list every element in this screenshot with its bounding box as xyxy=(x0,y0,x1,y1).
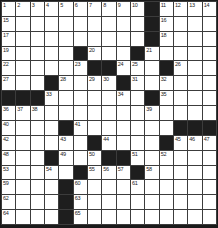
clue-number-21: 21 xyxy=(146,47,152,53)
crossword-grid: 1234567891011121314151617181920212223242… xyxy=(0,0,218,228)
cell-r9c8[interactable] xyxy=(102,121,115,135)
cell-r3c6[interactable] xyxy=(74,32,87,46)
cell-r3c8[interactable] xyxy=(102,32,115,46)
cell-r7c9[interactable]: 34 xyxy=(117,91,130,105)
cell-r1c15[interactable]: 14 xyxy=(203,2,216,16)
black-square-r9c15 xyxy=(203,121,216,135)
cell-r13c11[interactable] xyxy=(145,180,158,194)
cell-r10c13[interactable]: 45 xyxy=(174,136,187,150)
cell-r13c14[interactable] xyxy=(188,180,201,194)
cell-r7c15[interactable] xyxy=(203,91,216,105)
cell-r8c12[interactable] xyxy=(160,106,173,120)
cell-r3c13[interactable] xyxy=(174,32,187,46)
cell-r5c10[interactable]: 25 xyxy=(131,61,144,75)
clue-number-13: 13 xyxy=(189,2,195,8)
clue-number-55: 55 xyxy=(89,166,95,172)
cell-r1c7[interactable]: 7 xyxy=(88,2,101,16)
cell-r13c13[interactable] xyxy=(174,180,187,194)
cell-r6c14[interactable] xyxy=(188,76,201,90)
cell-r10c5[interactable]: 43 xyxy=(59,136,72,150)
cell-r11c5[interactable]: 49 xyxy=(59,151,72,165)
cell-r11c15[interactable] xyxy=(203,151,216,165)
cell-r14c4[interactable] xyxy=(45,195,58,209)
clue-number-10: 10 xyxy=(132,2,138,8)
black-square-r5c7 xyxy=(88,61,101,75)
cell-r8c6[interactable] xyxy=(74,106,87,120)
cell-r15c12[interactable] xyxy=(160,210,173,224)
cell-r6c11[interactable] xyxy=(145,76,158,90)
cell-r14c15[interactable] xyxy=(203,195,216,209)
cell-r15c8[interactable] xyxy=(102,210,115,224)
clue-number-58: 58 xyxy=(146,166,152,172)
cell-r2c1[interactable]: 15 xyxy=(2,17,15,31)
cell-r4c2[interactable] xyxy=(16,47,29,61)
cell-r14c1[interactable]: 62 xyxy=(2,195,15,209)
cell-r7c8[interactable] xyxy=(102,91,115,105)
cell-r12c14[interactable] xyxy=(188,166,201,180)
clue-number-49: 49 xyxy=(60,151,66,157)
clue-number-25: 25 xyxy=(132,61,138,67)
cell-r3c1[interactable]: 17 xyxy=(2,32,15,46)
cell-r10c10[interactable] xyxy=(131,136,144,150)
black-square-r4c10 xyxy=(131,47,144,61)
clue-number-60: 60 xyxy=(75,180,81,186)
clue-number-63: 63 xyxy=(75,195,81,201)
clue-number-43: 43 xyxy=(60,136,66,142)
cell-r15c10[interactable] xyxy=(131,210,144,224)
cell-r10c3[interactable] xyxy=(31,136,44,150)
black-square-r9c13 xyxy=(174,121,187,135)
cell-r8c7[interactable] xyxy=(88,106,101,120)
cell-r13c2[interactable] xyxy=(16,180,29,194)
black-square-r9c14 xyxy=(188,121,201,135)
cell-r1c8[interactable]: 8 xyxy=(102,2,115,16)
clue-number-51: 51 xyxy=(132,151,138,157)
cell-r2c15[interactable] xyxy=(203,17,216,31)
cell-r4c12[interactable] xyxy=(160,47,173,61)
cell-r10c11[interactable] xyxy=(145,136,158,150)
cell-r13c6[interactable]: 60 xyxy=(74,180,87,194)
cell-r9c1[interactable]: 40 xyxy=(2,121,15,135)
cell-r15c3[interactable] xyxy=(31,210,44,224)
cell-r14c6[interactable]: 63 xyxy=(74,195,87,209)
clue-number-65: 65 xyxy=(75,210,81,216)
cell-r9c6[interactable]: 41 xyxy=(74,121,87,135)
clue-number-5: 5 xyxy=(60,2,63,8)
clue-number-16: 16 xyxy=(161,17,167,23)
clue-number-9: 9 xyxy=(118,2,121,8)
cell-r14c3[interactable] xyxy=(31,195,44,209)
black-square-r7c1 xyxy=(2,91,15,105)
cell-r13c3[interactable] xyxy=(31,180,44,194)
clue-number-6: 6 xyxy=(75,2,78,8)
cell-r10c1[interactable]: 42 xyxy=(2,136,15,150)
cell-r12c5[interactable] xyxy=(59,166,72,180)
cell-r5c13[interactable]: 26 xyxy=(174,61,187,75)
clue-number-33: 33 xyxy=(46,91,52,97)
black-square-r2c11 xyxy=(145,17,158,31)
cell-r8c2[interactable]: 37 xyxy=(16,106,29,120)
clue-number-37: 37 xyxy=(17,106,23,112)
black-square-r7c2 xyxy=(16,91,29,105)
cell-r13c4[interactable] xyxy=(45,180,58,194)
cell-r10c4[interactable] xyxy=(45,136,58,150)
cell-r5c11[interactable] xyxy=(145,61,158,75)
cell-r13c8[interactable] xyxy=(102,180,115,194)
clue-number-62: 62 xyxy=(3,195,9,201)
clue-number-47: 47 xyxy=(204,136,210,142)
cell-r2c4[interactable] xyxy=(45,17,58,31)
cell-r6c15[interactable] xyxy=(203,76,216,90)
clue-number-35: 35 xyxy=(161,91,167,97)
clue-number-39: 39 xyxy=(146,106,152,112)
clue-number-17: 17 xyxy=(3,32,9,38)
cell-r2c3[interactable] xyxy=(31,17,44,31)
cell-r4c7[interactable]: 20 xyxy=(88,47,101,61)
cell-r13c10[interactable]: 61 xyxy=(131,180,144,194)
cell-r12c11[interactable]: 58 xyxy=(145,166,158,180)
cell-r8c15[interactable] xyxy=(203,106,216,120)
cell-r2c6[interactable] xyxy=(74,17,87,31)
cell-r10c15[interactable]: 47 xyxy=(203,136,216,150)
cell-r4c13[interactable] xyxy=(174,47,187,61)
black-square-r15c5 xyxy=(59,210,72,224)
cell-r11c14[interactable] xyxy=(188,151,201,165)
cell-r4c9[interactable] xyxy=(117,47,130,61)
cell-r15c6[interactable]: 65 xyxy=(74,210,87,224)
cell-r1c2[interactable]: 2 xyxy=(16,2,29,16)
cell-r14c14[interactable] xyxy=(188,195,201,209)
black-square-r5c12 xyxy=(160,61,173,75)
cell-r9c11[interactable] xyxy=(145,121,158,135)
clue-number-26: 26 xyxy=(175,61,181,67)
black-square-r11c9 xyxy=(117,151,130,165)
cell-r13c9[interactable] xyxy=(117,180,130,194)
cell-r15c11[interactable] xyxy=(145,210,158,224)
cell-r12c3[interactable] xyxy=(31,166,44,180)
cell-r1c14[interactable]: 13 xyxy=(188,2,201,16)
cell-r4c5[interactable] xyxy=(59,47,72,61)
clue-number-44: 44 xyxy=(103,136,109,142)
cell-r11c6[interactable] xyxy=(74,151,87,165)
clue-number-45: 45 xyxy=(175,136,181,142)
clue-number-57: 57 xyxy=(118,166,124,172)
cell-r3c3[interactable] xyxy=(31,32,44,46)
cell-r14c12[interactable] xyxy=(160,195,173,209)
cell-r4c14[interactable] xyxy=(188,47,201,61)
clue-number-8: 8 xyxy=(103,2,106,8)
cell-r10c9[interactable] xyxy=(117,136,130,150)
cell-r14c10[interactable] xyxy=(131,195,144,209)
clue-number-50: 50 xyxy=(89,151,95,157)
cell-r12c12[interactable] xyxy=(160,166,173,180)
cell-r10c6[interactable] xyxy=(74,136,87,150)
black-square-r11c8 xyxy=(102,151,115,165)
black-square-r12c6 xyxy=(74,166,87,180)
cell-r8c5[interactable] xyxy=(59,106,72,120)
clue-number-29: 29 xyxy=(89,76,95,82)
cell-r3c15[interactable] xyxy=(203,32,216,46)
cell-r5c5[interactable] xyxy=(59,61,72,75)
cell-r5c4[interactable] xyxy=(45,61,58,75)
cell-r3c2[interactable] xyxy=(16,32,29,46)
cell-r2c14[interactable] xyxy=(188,17,201,31)
cell-r4c3[interactable] xyxy=(31,47,44,61)
cell-r14c13[interactable] xyxy=(174,195,187,209)
cell-r1c3[interactable]: 3 xyxy=(31,2,44,16)
clue-number-23: 23 xyxy=(75,61,81,67)
cell-r5c6[interactable]: 23 xyxy=(74,61,87,75)
cell-r6c12[interactable]: 32 xyxy=(160,76,173,90)
cell-r10c14[interactable]: 46 xyxy=(188,136,201,150)
cell-r13c15[interactable] xyxy=(203,180,216,194)
cell-r8c11[interactable]: 39 xyxy=(145,106,158,120)
cell-r1c1[interactable]: 1 xyxy=(2,2,15,16)
cell-r15c14[interactable] xyxy=(188,210,201,224)
cell-r9c4[interactable] xyxy=(45,121,58,135)
clue-number-11: 11 xyxy=(161,2,166,8)
black-square-r7c11 xyxy=(145,91,158,105)
cell-r6c10[interactable]: 31 xyxy=(131,76,144,90)
cell-r5c1[interactable]: 22 xyxy=(2,61,15,75)
black-square-r13c5 xyxy=(59,180,72,194)
clue-number-28: 28 xyxy=(60,76,66,82)
cell-r12c1[interactable]: 53 xyxy=(2,166,15,180)
cell-r2c10[interactable] xyxy=(131,17,144,31)
cell-r8c4[interactable] xyxy=(45,106,58,120)
cell-r2c9[interactable] xyxy=(117,17,130,31)
cell-r7c12[interactable]: 35 xyxy=(160,91,173,105)
black-square-r10c7 xyxy=(88,136,101,150)
black-square-r12c10 xyxy=(131,166,144,180)
clue-number-54: 54 xyxy=(46,166,52,172)
cell-r5c2[interactable] xyxy=(16,61,29,75)
cell-r4c8[interactable] xyxy=(102,47,115,61)
cell-r14c8[interactable] xyxy=(102,195,115,209)
cell-r14c2[interactable] xyxy=(16,195,29,209)
cell-r7c7[interactable] xyxy=(88,91,101,105)
clue-number-27: 27 xyxy=(3,76,9,82)
cell-r6c6[interactable] xyxy=(74,76,87,90)
cell-r9c9[interactable] xyxy=(117,121,130,135)
cell-r7c14[interactable] xyxy=(188,91,201,105)
cell-r2c5[interactable] xyxy=(59,17,72,31)
cell-r7c10[interactable] xyxy=(131,91,144,105)
clue-number-36: 36 xyxy=(3,106,9,112)
cell-r13c1[interactable]: 59 xyxy=(2,180,15,194)
cell-r7c13[interactable] xyxy=(174,91,187,105)
cell-r6c3[interactable] xyxy=(31,76,44,90)
clue-number-59: 59 xyxy=(3,180,9,186)
cell-r3c14[interactable] xyxy=(188,32,201,46)
clue-number-19: 19 xyxy=(3,47,9,53)
black-square-r6c9 xyxy=(117,76,130,90)
cell-r15c7[interactable] xyxy=(88,210,101,224)
clue-number-52: 52 xyxy=(161,151,167,157)
cell-r2c13[interactable] xyxy=(174,17,187,31)
cell-r12c2[interactable] xyxy=(16,166,29,180)
cell-r1c6[interactable]: 6 xyxy=(74,2,87,16)
clue-number-3: 3 xyxy=(32,2,35,8)
clue-number-64: 64 xyxy=(3,210,9,216)
clue-number-34: 34 xyxy=(118,91,124,97)
clue-number-56: 56 xyxy=(103,166,109,172)
black-square-r3c11 xyxy=(145,32,158,46)
cell-r13c7[interactable] xyxy=(88,180,101,194)
cell-r5c15[interactable] xyxy=(203,61,216,75)
cell-r3c7[interactable] xyxy=(88,32,101,46)
cell-r15c15[interactable] xyxy=(203,210,216,224)
cell-r3c4[interactable] xyxy=(45,32,58,46)
cell-r6c13[interactable] xyxy=(174,76,187,90)
cell-r8c10[interactable] xyxy=(131,106,144,120)
clue-number-38: 38 xyxy=(32,106,38,112)
cell-r5c9[interactable]: 24 xyxy=(117,61,130,75)
clue-number-18: 18 xyxy=(161,32,167,38)
cell-r3c5[interactable] xyxy=(59,32,72,46)
clue-number-20: 20 xyxy=(89,47,95,53)
cell-r8c8[interactable] xyxy=(102,106,115,120)
cell-r7c6[interactable] xyxy=(74,91,87,105)
clue-number-61: 61 xyxy=(132,180,138,186)
clue-number-46: 46 xyxy=(189,136,195,142)
cell-r8c14[interactable] xyxy=(188,106,201,120)
cell-r11c13[interactable] xyxy=(174,151,187,165)
cell-r15c2[interactable] xyxy=(16,210,29,224)
clue-number-1: 1 xyxy=(3,2,6,8)
cell-r4c11[interactable]: 21 xyxy=(145,47,158,61)
cell-r12c13[interactable] xyxy=(174,166,187,180)
cell-r9c2[interactable] xyxy=(16,121,29,135)
clue-number-22: 22 xyxy=(3,61,9,67)
cell-r6c7[interactable]: 29 xyxy=(88,76,101,90)
cell-r8c1[interactable]: 36 xyxy=(2,106,15,120)
cell-r3c9[interactable] xyxy=(117,32,130,46)
cell-r9c3[interactable] xyxy=(31,121,44,135)
cell-r6c8[interactable]: 30 xyxy=(102,76,115,90)
clue-number-32: 32 xyxy=(161,76,167,82)
cell-r12c7[interactable]: 55 xyxy=(88,166,101,180)
cell-r12c15[interactable] xyxy=(203,166,216,180)
cell-r6c5[interactable]: 28 xyxy=(59,76,72,90)
clue-number-14: 14 xyxy=(204,2,210,8)
cell-r3c12[interactable]: 18 xyxy=(160,32,173,46)
black-square-r1c11 xyxy=(145,2,158,16)
cell-r15c1[interactable]: 64 xyxy=(2,210,15,224)
cell-r15c13[interactable] xyxy=(174,210,187,224)
clue-number-48: 48 xyxy=(3,151,9,157)
black-square-r14c5 xyxy=(59,195,72,209)
cell-r2c7[interactable] xyxy=(88,17,101,31)
black-square-r5c8 xyxy=(102,61,115,75)
cell-r12c4[interactable]: 54 xyxy=(45,166,58,180)
cell-r1c10[interactable]: 10 xyxy=(131,2,144,16)
cell-r6c1[interactable]: 27 xyxy=(2,76,15,90)
cell-r4c15[interactable] xyxy=(203,47,216,61)
cell-r2c12[interactable]: 16 xyxy=(160,17,173,31)
cell-r15c4[interactable] xyxy=(45,210,58,224)
cell-r5c3[interactable] xyxy=(31,61,44,75)
clue-number-53: 53 xyxy=(3,166,9,172)
cell-r15c9[interactable] xyxy=(117,210,130,224)
cell-r12c9[interactable]: 57 xyxy=(117,166,130,180)
cell-r5c14[interactable] xyxy=(188,61,201,75)
cell-r9c12[interactable] xyxy=(160,121,173,135)
cell-r11c7[interactable]: 50 xyxy=(88,151,101,165)
cell-r8c9[interactable] xyxy=(117,106,130,120)
cell-r7c5[interactable] xyxy=(59,91,72,105)
clue-number-2: 2 xyxy=(17,2,20,8)
cell-r11c10[interactable]: 51 xyxy=(131,151,144,165)
cell-r14c7[interactable] xyxy=(88,195,101,209)
cell-r10c8[interactable]: 44 xyxy=(102,136,115,150)
clue-number-12: 12 xyxy=(175,2,181,8)
clue-number-24: 24 xyxy=(118,61,124,67)
cell-r10c2[interactable] xyxy=(16,136,29,150)
cell-r1c5[interactable]: 5 xyxy=(59,2,72,16)
cell-r1c13[interactable]: 12 xyxy=(174,2,187,16)
cell-r7c4[interactable]: 33 xyxy=(45,91,58,105)
clue-number-41: 41 xyxy=(75,121,81,127)
black-square-r9c5 xyxy=(59,121,72,135)
cell-r1c4[interactable]: 4 xyxy=(45,2,58,16)
black-square-r11c4 xyxy=(45,151,58,165)
black-square-r10c12 xyxy=(160,136,173,150)
cell-r14c9[interactable] xyxy=(117,195,130,209)
black-square-r6c4 xyxy=(45,76,58,90)
black-square-r7c3 xyxy=(31,91,44,105)
cell-r3c10[interactable] xyxy=(131,32,144,46)
cell-r8c3[interactable]: 38 xyxy=(31,106,44,120)
clue-number-31: 31 xyxy=(132,76,138,82)
cell-r11c3[interactable] xyxy=(31,151,44,165)
clue-number-4: 4 xyxy=(46,2,49,8)
clue-number-42: 42 xyxy=(3,136,9,142)
cell-r11c1[interactable]: 48 xyxy=(2,151,15,165)
cell-r1c12[interactable]: 11 xyxy=(160,2,173,16)
cell-r2c8[interactable] xyxy=(102,17,115,31)
cell-r11c11[interactable] xyxy=(145,151,158,165)
cell-r8c13[interactable] xyxy=(174,106,187,120)
cell-r4c1[interactable]: 19 xyxy=(2,47,15,61)
black-square-r4c6 xyxy=(74,47,87,61)
clue-number-40: 40 xyxy=(3,121,9,127)
clue-number-15: 15 xyxy=(3,17,9,23)
cell-r2c2[interactable] xyxy=(16,17,29,31)
cell-r12c8[interactable]: 56 xyxy=(102,166,115,180)
cell-r9c10[interactable] xyxy=(131,121,144,135)
cell-r11c2[interactable] xyxy=(16,151,29,165)
clue-number-30: 30 xyxy=(103,76,109,82)
cell-r11c12[interactable]: 52 xyxy=(160,151,173,165)
cell-r9c7[interactable] xyxy=(88,121,101,135)
cell-r14c11[interactable] xyxy=(145,195,158,209)
cell-r4c4[interactable] xyxy=(45,47,58,61)
cell-r6c2[interactable] xyxy=(16,76,29,90)
clue-number-7: 7 xyxy=(89,2,92,8)
cell-r1c9[interactable]: 9 xyxy=(117,2,130,16)
cell-r13c12[interactable] xyxy=(160,180,173,194)
